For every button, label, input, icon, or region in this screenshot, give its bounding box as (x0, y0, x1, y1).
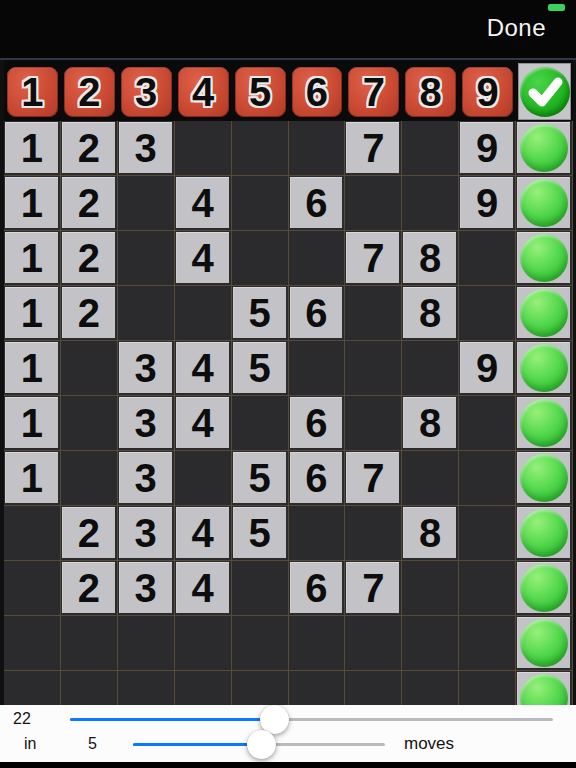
board-cell-r5c4: 4 (175, 341, 232, 396)
board-cell-r1c1: 1 (4, 121, 61, 176)
settings-panel: 22 in 5 moves (0, 705, 576, 762)
board-cell-r3c8: 8 (402, 231, 459, 286)
row-indicator[interactable] (517, 507, 570, 558)
number-tile-1[interactable]: 1 (5, 287, 58, 338)
battery-icon (548, 4, 565, 11)
number-tile-2[interactable]: 2 (62, 507, 115, 558)
board-cell-r7c1: 1 (4, 451, 61, 506)
board-cell-r1c2: 2 (61, 121, 118, 176)
board-cell-r6c7 (345, 396, 402, 451)
row-indicator[interactable] (517, 452, 570, 503)
board-cell-r10c1 (4, 616, 61, 671)
board-cell-r3c6 (289, 231, 346, 286)
board-cell-r6c9 (459, 396, 516, 451)
number-button-cell: 7 (345, 60, 402, 121)
board-cell-r8c4: 4 (175, 506, 232, 561)
number-tile-5[interactable]: 5 (233, 507, 286, 558)
board-cell-r5c7 (345, 341, 402, 396)
number-tile-3[interactable]: 3 (119, 342, 172, 393)
board-cell-r3c5 (232, 231, 289, 286)
number-button-cell: 8 (402, 60, 459, 121)
row-indicator-cell (516, 121, 573, 176)
check-button-cell (516, 60, 573, 121)
green-circle-icon (520, 179, 568, 227)
game-board: 123456789 123791246912478125681345913468… (0, 60, 576, 705)
number-tile-1[interactable]: 1 (5, 342, 58, 393)
number-tile-3[interactable]: 3 (119, 507, 172, 558)
number-tile-6[interactable]: 6 (290, 397, 343, 448)
board-cell-r11c8 (402, 671, 459, 705)
number-tile-8[interactable]: 8 (403, 287, 456, 338)
board-cell-r6c4: 4 (175, 396, 232, 451)
board-cell-r9c4: 4 (175, 561, 232, 616)
row-indicator-cell (516, 286, 573, 341)
row-indicator[interactable] (517, 287, 570, 338)
green-circle-icon (520, 454, 568, 502)
row-indicator-cell (516, 561, 573, 616)
board-cell-r2c2: 2 (61, 176, 118, 231)
row-indicator[interactable] (517, 122, 570, 173)
target-slider[interactable] (70, 718, 553, 721)
board-cell-r11c2 (61, 671, 118, 705)
board-cell-r4c9 (459, 286, 516, 341)
number-tile-4[interactable]: 4 (176, 232, 229, 283)
number-tile-9[interactable]: 9 (460, 177, 513, 228)
board-cell-r3c2: 2 (61, 231, 118, 286)
board-cell-r8c2: 2 (61, 506, 118, 561)
number-tile-2[interactable]: 2 (62, 287, 115, 338)
board-cell-r11c5 (232, 671, 289, 705)
board-cell-r6c3: 3 (118, 396, 175, 451)
board-cell-r2c1: 1 (4, 176, 61, 231)
number-button-label: 9 (477, 72, 499, 112)
board-cell-r1c3: 3 (118, 121, 175, 176)
board-cell-r1c5 (232, 121, 289, 176)
board-cell-r4c6: 6 (289, 286, 346, 341)
board-cell-r10c5 (232, 616, 289, 671)
green-circle-icon (520, 234, 568, 282)
board-cell-r8c6 (289, 506, 346, 561)
row-indicator[interactable] (517, 397, 570, 448)
board-cell-r8c1 (4, 506, 61, 561)
number-tile-6[interactable]: 6 (290, 562, 343, 613)
board-grid: 1237912469124781256813459134681356723458… (4, 121, 573, 705)
green-circle-icon (520, 619, 568, 667)
board-cell-r9c8 (402, 561, 459, 616)
number-tile-8[interactable]: 8 (403, 507, 456, 558)
board-cell-r4c8: 8 (402, 286, 459, 341)
board-cell-r1c4 (175, 121, 232, 176)
check-button[interactable] (518, 63, 571, 120)
board-cell-r1c7: 7 (345, 121, 402, 176)
board-cell-r11c6 (289, 671, 346, 705)
board-cell-r9c1 (4, 561, 61, 616)
number-tile-1[interactable]: 1 (5, 122, 58, 173)
row-indicator[interactable] (517, 342, 570, 393)
number-button-cell: 4 (175, 60, 232, 121)
board-cell-r7c8 (402, 451, 459, 506)
number-button-row: 123456789 (4, 60, 573, 121)
number-tile-8[interactable]: 8 (403, 232, 456, 283)
board-cell-r9c3: 3 (118, 561, 175, 616)
moves-slider-thumb[interactable] (247, 730, 276, 759)
board-cell-r9c2: 2 (61, 561, 118, 616)
row-indicator-cell (516, 616, 573, 671)
board-cell-r9c6: 6 (289, 561, 346, 616)
number-button-label: 7 (363, 72, 385, 112)
board-cell-r1c8 (402, 121, 459, 176)
number-button-7[interactable]: 7 (348, 67, 399, 117)
number-button-cell: 2 (61, 60, 118, 121)
moves-value-label: 5 (88, 735, 97, 753)
number-tile-2[interactable]: 2 (62, 232, 115, 283)
number-tile-3[interactable]: 3 (119, 397, 172, 448)
app-screen: Done 123456789 1237912469124781256813459… (0, 0, 576, 768)
number-button-label: 1 (21, 72, 43, 112)
row-indicator[interactable] (517, 177, 570, 228)
number-button-5[interactable]: 5 (235, 67, 286, 117)
board-cell-r7c5: 5 (232, 451, 289, 506)
number-tile-1[interactable]: 1 (5, 397, 58, 448)
number-button-8[interactable]: 8 (405, 67, 456, 117)
board-cell-r10c2 (61, 616, 118, 671)
green-circle-icon (520, 344, 568, 392)
board-cell-r3c3 (118, 231, 175, 286)
row-indicator-cell (516, 231, 573, 286)
board-cell-r6c6: 6 (289, 396, 346, 451)
row-indicator-cell (516, 341, 573, 396)
board-cell-r7c9 (459, 451, 516, 506)
number-tile-2[interactable]: 2 (62, 177, 115, 228)
board-cell-r5c1: 1 (4, 341, 61, 396)
number-tile-7[interactable]: 7 (346, 232, 399, 283)
board-cell-r11c9 (459, 671, 516, 705)
number-button-label: 8 (420, 72, 442, 112)
number-tile-4[interactable]: 4 (176, 342, 229, 393)
row-indicator-cell (516, 506, 573, 561)
board-cell-r9c5 (232, 561, 289, 616)
number-button-cell: 5 (232, 60, 289, 121)
number-tile-6[interactable]: 6 (290, 452, 343, 503)
number-button-label: 3 (135, 72, 157, 112)
board-cell-r2c6: 6 (289, 176, 346, 231)
number-button-2[interactable]: 2 (64, 67, 115, 117)
board-cell-r7c4 (175, 451, 232, 506)
number-tile-6[interactable]: 6 (290, 177, 343, 228)
board-cell-r8c8: 8 (402, 506, 459, 561)
board-cell-r2c5 (232, 176, 289, 231)
number-tile-1[interactable]: 1 (5, 452, 58, 503)
number-tile-8[interactable]: 8 (403, 397, 456, 448)
board-cell-r3c1: 1 (4, 231, 61, 286)
board-cell-r5c6 (289, 341, 346, 396)
number-tile-2[interactable]: 2 (62, 562, 115, 613)
board-cell-r9c9 (459, 561, 516, 616)
board-cell-r3c4: 4 (175, 231, 232, 286)
green-circle-icon (520, 399, 568, 447)
row-indicator-cell (516, 451, 573, 506)
board-cell-r8c7 (345, 506, 402, 561)
number-button-9[interactable]: 9 (462, 67, 513, 117)
board-cell-r8c3: 3 (118, 506, 175, 561)
board-cell-r5c3: 3 (118, 341, 175, 396)
board-cell-r2c8 (402, 176, 459, 231)
number-button-label: 2 (78, 72, 100, 112)
row-indicator[interactable] (517, 672, 570, 705)
board-cell-r1c6 (289, 121, 346, 176)
board-cell-r4c7 (345, 286, 402, 341)
number-tile-4[interactable]: 4 (176, 507, 229, 558)
number-button-6[interactable]: 6 (292, 67, 343, 117)
board-cell-r9c7: 7 (345, 561, 402, 616)
number-button-4[interactable]: 4 (178, 67, 229, 117)
board-cell-r11c3 (118, 671, 175, 705)
number-button-cell: 9 (459, 60, 516, 121)
number-tile-4[interactable]: 4 (176, 177, 229, 228)
number-tile-2[interactable]: 2 (62, 122, 115, 173)
board-cell-r5c9: 9 (459, 341, 516, 396)
board-cell-r4c1: 1 (4, 286, 61, 341)
board-cell-r7c2 (61, 451, 118, 506)
board-cell-r11c4 (175, 671, 232, 705)
row-indicator[interactable] (517, 617, 570, 668)
board-cell-r5c8 (402, 341, 459, 396)
green-circle-icon (520, 564, 568, 612)
board-cell-r2c7 (345, 176, 402, 231)
top-bar: Done (0, 0, 576, 60)
board-cell-r7c6: 6 (289, 451, 346, 506)
target-slider-fill (70, 718, 275, 721)
number-tile-7[interactable]: 7 (346, 122, 399, 173)
number-tile-3[interactable]: 3 (119, 562, 172, 613)
green-circle-icon (520, 289, 568, 337)
moves-slider-fill (133, 743, 262, 746)
in-label: in (24, 735, 36, 753)
number-tile-1[interactable]: 1 (5, 232, 58, 283)
green-circle-icon (520, 509, 568, 557)
number-button-cell: 6 (289, 60, 346, 121)
board-cell-r2c3 (118, 176, 175, 231)
board-cell-r6c2 (61, 396, 118, 451)
board-cell-r10c6 (289, 616, 346, 671)
board-cell-r3c9 (459, 231, 516, 286)
board-cell-r8c9 (459, 506, 516, 561)
board-cell-r6c8: 8 (402, 396, 459, 451)
number-tile-5[interactable]: 5 (233, 342, 286, 393)
board-cell-r6c5 (232, 396, 289, 451)
board-cell-r8c5: 5 (232, 506, 289, 561)
number-tile-3[interactable]: 3 (119, 452, 172, 503)
board-cell-r6c1: 1 (4, 396, 61, 451)
row-indicator[interactable] (517, 232, 570, 283)
board-cell-r5c5: 5 (232, 341, 289, 396)
board-cell-r10c3 (118, 616, 175, 671)
board-cell-r1c9: 9 (459, 121, 516, 176)
board-cell-r4c2: 2 (61, 286, 118, 341)
number-tile-3[interactable]: 3 (119, 122, 172, 173)
number-button-cell: 3 (118, 60, 175, 121)
board-cell-r4c5: 5 (232, 286, 289, 341)
number-button-label: 6 (306, 72, 328, 112)
row-indicator-cell (516, 176, 573, 231)
number-button-1[interactable]: 1 (7, 67, 58, 117)
board-cell-r10c8 (402, 616, 459, 671)
number-button-label: 4 (192, 72, 214, 112)
board-cell-r10c4 (175, 616, 232, 671)
board-cell-r4c4 (175, 286, 232, 341)
board-cell-r11c1 (4, 671, 61, 705)
done-button[interactable]: Done (487, 14, 546, 42)
number-button-3[interactable]: 3 (121, 67, 172, 117)
number-tile-4[interactable]: 4 (176, 397, 229, 448)
board-cell-r10c7 (345, 616, 402, 671)
number-tile-6[interactable]: 6 (290, 287, 343, 338)
number-button-cell: 1 (4, 60, 61, 121)
moves-slider[interactable] (133, 743, 385, 746)
number-button-label: 5 (249, 72, 271, 112)
number-tile-1[interactable]: 1 (5, 177, 58, 228)
moves-label: moves (404, 734, 454, 754)
row-indicator[interactable] (517, 562, 570, 613)
number-tile-4[interactable]: 4 (176, 562, 229, 613)
number-tile-5[interactable]: 5 (233, 287, 286, 338)
board-cell-r3c7: 7 (345, 231, 402, 286)
row-indicator-cell (516, 671, 573, 705)
target-value-label: 22 (13, 710, 31, 728)
number-tile-9[interactable]: 9 (460, 342, 513, 393)
number-tile-5[interactable]: 5 (233, 452, 286, 503)
board-cell-r11c7 (345, 671, 402, 705)
checkmark-icon (520, 67, 570, 117)
board-cell-r10c9 (459, 616, 516, 671)
board-cell-r7c3: 3 (118, 451, 175, 506)
green-circle-icon (520, 124, 568, 172)
board-cell-r4c3 (118, 286, 175, 341)
number-tile-7[interactable]: 7 (346, 562, 399, 613)
board-cell-r2c4: 4 (175, 176, 232, 231)
board-cell-r7c7: 7 (345, 451, 402, 506)
row-indicator-cell (516, 396, 573, 451)
board-cell-r2c9: 9 (459, 176, 516, 231)
number-tile-7[interactable]: 7 (346, 452, 399, 503)
board-cell-r5c2 (61, 341, 118, 396)
number-tile-9[interactable]: 9 (460, 122, 513, 173)
green-circle-icon (520, 674, 568, 705)
